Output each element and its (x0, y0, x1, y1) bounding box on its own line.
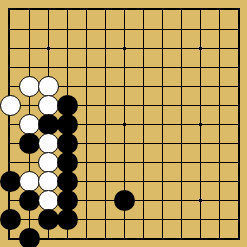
go-board-screenshot (0, 0, 247, 247)
grid-line-vertical (219, 10, 220, 238)
star-point (199, 123, 202, 126)
black-stone (57, 171, 78, 192)
black-stone (38, 114, 59, 135)
grid-line-vertical (181, 10, 182, 238)
black-stone (57, 95, 78, 116)
white-stone (38, 152, 59, 173)
black-stone (19, 133, 40, 154)
black-stone (57, 152, 78, 173)
black-stone (19, 228, 40, 247)
white-stone (38, 190, 59, 211)
black-stone (114, 190, 135, 211)
black-stone (57, 114, 78, 135)
star-point (123, 47, 126, 50)
black-stone (57, 133, 78, 154)
white-stone (38, 171, 59, 192)
white-stone (0, 95, 21, 116)
white-stone (38, 133, 59, 154)
black-stone (0, 171, 21, 192)
black-stone (0, 209, 21, 230)
white-stone (19, 171, 40, 192)
go-board[interactable] (8, 8, 240, 240)
black-stone (19, 190, 40, 211)
grid-line-vertical (162, 10, 163, 238)
white-stone (19, 114, 40, 135)
black-stone (38, 209, 59, 230)
white-stone (38, 76, 59, 97)
star-point (47, 47, 50, 50)
white-stone (38, 95, 59, 116)
grid-line-vertical (143, 10, 144, 238)
white-stone (19, 76, 40, 97)
black-stone (57, 209, 78, 230)
star-point (199, 47, 202, 50)
star-point (123, 123, 126, 126)
black-stone (57, 190, 78, 211)
star-point (199, 199, 202, 202)
